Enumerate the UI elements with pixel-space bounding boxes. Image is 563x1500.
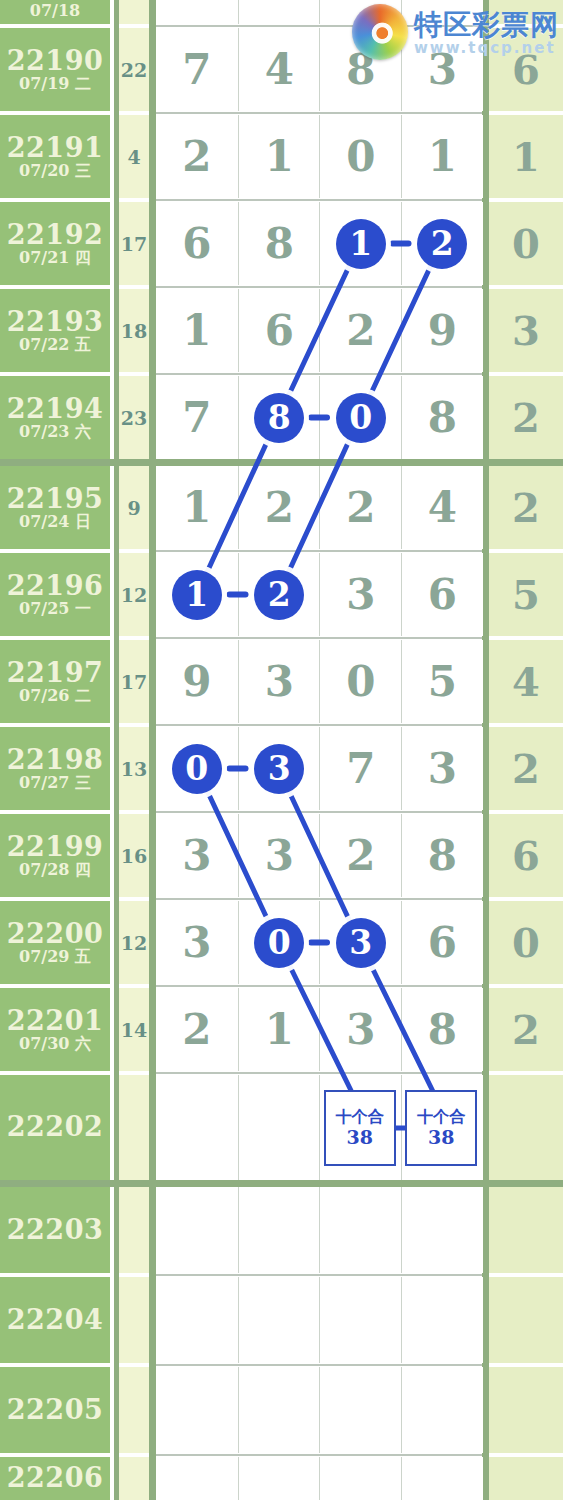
digit-cell: 7 [156, 376, 238, 459]
digit-cell: 6 [401, 553, 484, 636]
digit-cell [156, 1457, 238, 1500]
digit-cell: 4 [238, 28, 321, 111]
tail-digit-cell [489, 1187, 563, 1273]
date-label: 07/29 五 [19, 948, 91, 966]
digit-cell [401, 1277, 484, 1363]
digit-cell [238, 1277, 321, 1363]
period-cell: 22205 [0, 1367, 110, 1453]
grid-thick-separator [0, 459, 563, 466]
digit-value: 4 [265, 49, 294, 91]
tail-digit-cell: 4 [489, 640, 563, 723]
sum-box: 十个合38 [324, 1090, 396, 1166]
period-label: 22194 [7, 395, 103, 423]
digit-cell: 0 [319, 640, 402, 723]
tail-digit-value: 4 [512, 662, 540, 702]
digit-value: 3 [265, 835, 294, 877]
digit-cell: 6 [401, 901, 484, 984]
digit-value: 1 [182, 487, 211, 529]
grid-row-separator [156, 724, 482, 726]
digit-value: 1 [182, 310, 211, 352]
table-row: 2220007/29 五1230360 [0, 901, 563, 984]
digit-value: 2 [346, 487, 375, 529]
tail-digit-cell [489, 1075, 563, 1180]
digit-value: 6 [428, 574, 457, 616]
period-cell: 2219607/25 一 [0, 553, 110, 636]
site-name: 特区彩票网 [414, 10, 559, 39]
digit-value: 2 [265, 487, 294, 529]
digit-cell: 1 [401, 115, 484, 198]
tail-digit-cell: 3 [489, 289, 563, 372]
sum-cell: 14 [119, 988, 149, 1071]
period-cell: 2219107/20 三 [0, 115, 110, 198]
period-label: 22205 [7, 1396, 103, 1424]
digit-cell: 8 [401, 814, 484, 897]
period-cell: 2219407/23 六 [0, 376, 110, 459]
digit-value: 8 [428, 835, 457, 877]
digit-cell: 3 [319, 901, 402, 984]
digit-value: 6 [182, 223, 211, 265]
sum-value: 18 [121, 320, 147, 342]
digit-cell: 9 [401, 289, 484, 372]
sum-value: 4 [127, 146, 140, 168]
digit-cell [238, 1457, 321, 1500]
period-cell: 2219907/28 四 [0, 814, 110, 897]
period-cell: 22202 [0, 1075, 110, 1180]
sum-box-value: 38 [347, 1127, 373, 1148]
period-label: 22201 [7, 1007, 103, 1035]
circled-digit: 0 [254, 918, 304, 968]
digit-value: 8 [265, 223, 294, 265]
digit-value: 3 [346, 574, 375, 616]
grid-row-separator [156, 1072, 482, 1074]
grid-row-separator [156, 286, 482, 288]
sum-value: 23 [121, 407, 147, 429]
period-cell: 2219507/24 日 [0, 466, 110, 549]
digit-cell: 8 [238, 376, 321, 459]
table-row: 2219207/21 四1768120 [0, 202, 563, 285]
sum-cell: 17 [119, 640, 149, 723]
grid-row-separator [156, 985, 482, 987]
sum-cell: 23 [119, 376, 149, 459]
date-label: 07/22 五 [19, 336, 91, 354]
site-logo[interactable]: 特区彩票网 www.tqcp.net [352, 4, 559, 60]
sum-cell: 16 [119, 814, 149, 897]
digit-cell: 8 [401, 988, 484, 1071]
digit-cell: 1 [319, 202, 402, 285]
digit-cell: 3 [238, 727, 321, 810]
sum-cell [119, 1187, 149, 1273]
digit-value: 8 [428, 397, 457, 439]
digit-cell: 3 [319, 553, 402, 636]
digit-cell [238, 0, 321, 24]
date-label: 07/19 二 [19, 75, 91, 93]
digit-cell [238, 1187, 321, 1273]
digit-cell [401, 1187, 484, 1273]
grid-thick-separator [0, 1180, 563, 1187]
digit-cell [156, 1277, 238, 1363]
period-label: 22190 [7, 47, 103, 75]
digit-cell: 3 [238, 814, 321, 897]
grid-row-separator [156, 1274, 482, 1276]
date-label: 07/28 四 [19, 861, 91, 879]
circled-digit: 3 [254, 744, 304, 794]
table-row: 2219907/28 四1633286 [0, 814, 563, 897]
digit-value: 5 [428, 661, 457, 703]
digit-cell [156, 0, 238, 24]
tail-digit-value: 6 [512, 836, 540, 876]
digit-cell: 1 [238, 988, 321, 1071]
circled-digit: 1 [172, 570, 222, 620]
period-cell: 2219807/27 三 [0, 727, 110, 810]
grid-row-separator [156, 1454, 482, 1456]
digit-value: 2 [346, 835, 375, 877]
digit-value: 9 [428, 310, 457, 352]
digit-cell: 3 [401, 727, 484, 810]
digit-value: 6 [265, 310, 294, 352]
sum-cell [119, 1277, 149, 1363]
period-cell: 2219307/22 五 [0, 289, 110, 372]
sum-value: 13 [121, 758, 147, 780]
digit-value: 1 [265, 136, 294, 178]
digit-value: 4 [428, 487, 457, 529]
tail-digit-cell: 2 [489, 727, 563, 810]
sum-cell [119, 1075, 149, 1180]
digit-cell [319, 1367, 402, 1453]
sum-value: 12 [121, 584, 147, 606]
digit-cell: 2 [156, 115, 238, 198]
sum-cell [119, 1367, 149, 1453]
digit-cell: 7 [319, 727, 402, 810]
table-row: 22202十个合38十个合38 [0, 1075, 563, 1180]
table-row: 2219107/20 三421011 [0, 115, 563, 198]
grid-row-separator [156, 373, 482, 375]
tail-digit-value: 2 [512, 398, 540, 438]
period-label: 22191 [7, 134, 103, 162]
period-label: 22199 [7, 833, 103, 861]
sum-box: 十个合38 [405, 1090, 477, 1166]
digit-cell: 1 [156, 289, 238, 372]
period-cell: 22206 [0, 1457, 110, 1500]
digit-cell: 1 [238, 115, 321, 198]
digit-cell [401, 1367, 484, 1453]
digit-cell: 0 [319, 115, 402, 198]
period-cell: 22203 [0, 1187, 110, 1273]
period-cell: 2220107/30 六 [0, 988, 110, 1071]
period-cell: 2220007/29 五 [0, 901, 110, 984]
tail-digit-cell [489, 1277, 563, 1363]
tail-digit-cell: 2 [489, 376, 563, 459]
digit-cell: 3 [238, 640, 321, 723]
date-label: 07/18 [30, 2, 80, 20]
digit-value: 6 [428, 922, 457, 964]
digit-cell [319, 1187, 402, 1273]
grid-row-separator [156, 898, 482, 900]
digit-cell: 2 [319, 289, 402, 372]
digit-value: 3 [182, 835, 211, 877]
table-row: 22203 [0, 1187, 563, 1273]
period-label: 22202 [7, 1113, 103, 1141]
period-label: 22195 [7, 485, 103, 513]
period-label: 22200 [7, 920, 103, 948]
table-row: 2219407/23 六2378082 [0, 376, 563, 459]
digit-cell: 1 [156, 553, 238, 636]
lottery-trend-chart-page: 07/182219007/19 二22748362219107/20 三4210… [0, 0, 563, 1500]
tail-digit-cell [489, 1457, 563, 1500]
sum-value: 17 [121, 671, 147, 693]
date-label: 07/30 六 [19, 1035, 91, 1053]
tail-digit-cell: 6 [489, 814, 563, 897]
sum-cell: 17 [119, 202, 149, 285]
sum-value: 22 [121, 59, 147, 81]
tail-digit-cell: 2 [489, 466, 563, 549]
digit-cell [156, 1367, 238, 1453]
table-row: 22206 [0, 1457, 563, 1500]
grid-row-separator [156, 199, 482, 201]
digit-cell [319, 1457, 402, 1500]
sum-cell: 12 [119, 553, 149, 636]
tail-digit-cell: 5 [489, 553, 563, 636]
table-row: 2219607/25 一1212365 [0, 553, 563, 636]
period-label: 22197 [7, 659, 103, 687]
digit-cell: 2 [319, 466, 402, 549]
digit-cell: 2 [238, 466, 321, 549]
digit-cell: 7 [156, 28, 238, 111]
digit-cell: 2 [319, 814, 402, 897]
period-label: 22203 [7, 1216, 103, 1244]
tail-digit-value: 3 [512, 311, 540, 351]
period-cell: 2219207/21 四 [0, 202, 110, 285]
digit-value: 2 [182, 1009, 211, 1051]
digit-cell: 8 [401, 376, 484, 459]
circled-digit: 3 [336, 918, 386, 968]
digit-value: 7 [182, 397, 211, 439]
digit-cell [238, 1075, 321, 1180]
digit-cell [156, 1075, 238, 1180]
digit-cell: 2 [401, 202, 484, 285]
grid-row-separator [156, 811, 482, 813]
digit-cell: 5 [401, 640, 484, 723]
table-row: 2219807/27 三1303732 [0, 727, 563, 810]
digit-cell [401, 1457, 484, 1500]
table-row: 2220107/30 六1421382 [0, 988, 563, 1071]
date-label: 07/20 三 [19, 162, 91, 180]
circled-digit: 1 [336, 219, 386, 269]
tail-digit-cell: 2 [489, 988, 563, 1071]
sum-cell: 9 [119, 466, 149, 549]
digit-cell: 8 [238, 202, 321, 285]
period-cell: 22204 [0, 1277, 110, 1363]
table-row: 2219307/22 五1816293 [0, 289, 563, 372]
digit-value: 2 [346, 310, 375, 352]
sum-cell [119, 0, 149, 24]
digit-cell: 9 [156, 640, 238, 723]
digit-cell: 0 [156, 727, 238, 810]
digit-value: 7 [346, 748, 375, 790]
tail-digit-value: 2 [512, 749, 540, 789]
digit-value: 9 [182, 661, 211, 703]
digit-value: 3 [182, 922, 211, 964]
digit-value: 0 [346, 136, 375, 178]
sum-cell: 4 [119, 115, 149, 198]
swirl-logo-icon [352, 4, 408, 60]
sum-value: 9 [127, 497, 140, 519]
tail-digit-cell: 0 [489, 901, 563, 984]
circled-digit: 8 [254, 393, 304, 443]
digit-cell [156, 1187, 238, 1273]
digit-value: 1 [428, 136, 457, 178]
period-cell: 2219007/19 二 [0, 28, 110, 111]
digit-value: 3 [265, 661, 294, 703]
digit-cell [319, 1277, 402, 1363]
date-label: 07/21 四 [19, 249, 91, 267]
sum-cell [119, 1457, 149, 1500]
period-label: 22198 [7, 746, 103, 774]
table-row: 22204 [0, 1277, 563, 1363]
digit-value: 3 [346, 1009, 375, 1051]
date-label: 07/24 日 [19, 513, 91, 531]
period-label: 22192 [7, 221, 103, 249]
digit-cell: 3 [319, 988, 402, 1071]
tail-digit-value: 1 [512, 137, 540, 177]
period-label: 22196 [7, 572, 103, 600]
circled-digit: 0 [336, 393, 386, 443]
digit-cell: 2 [238, 553, 321, 636]
grid-row-separator [156, 637, 482, 639]
tail-digit-cell [489, 1367, 563, 1453]
tail-digit-value: 2 [512, 1010, 540, 1050]
digit-cell: 0 [238, 901, 321, 984]
table-row: 2219507/24 日912242 [0, 466, 563, 549]
table-row: 2219707/26 二1793054 [0, 640, 563, 723]
table-row: 22205 [0, 1367, 563, 1453]
digit-cell: 3 [156, 901, 238, 984]
site-watermark: www.tqcp.net [414, 39, 559, 57]
period-label: 22206 [7, 1464, 103, 1492]
sum-cell: 12 [119, 901, 149, 984]
digit-cell: 6 [238, 289, 321, 372]
date-label: 07/26 二 [19, 687, 91, 705]
circled-digit: 0 [172, 744, 222, 794]
sum-box-label: 十个合 [336, 1108, 384, 1126]
digit-cell: 1 [156, 466, 238, 549]
grid-row-separator [156, 550, 482, 552]
date-label: 07/27 三 [19, 774, 91, 792]
sum-value: 12 [121, 932, 147, 954]
sum-cell: 18 [119, 289, 149, 372]
digit-value: 1 [265, 1009, 294, 1051]
sum-value: 14 [121, 1019, 147, 1041]
tail-digit-cell: 1 [489, 115, 563, 198]
sum-box-value: 38 [428, 1127, 454, 1148]
digit-cell: 2 [156, 988, 238, 1071]
digit-value: 7 [182, 49, 211, 91]
date-label: 07/25 一 [19, 600, 91, 618]
period-cell: 07/18 [0, 0, 110, 24]
sum-value: 17 [121, 233, 147, 255]
digit-cell: 6 [156, 202, 238, 285]
circled-digit: 2 [254, 570, 304, 620]
tail-digit-value: 2 [512, 488, 540, 528]
tail-digit-value: 0 [512, 923, 540, 963]
sum-value: 16 [121, 845, 147, 867]
period-label: 22204 [7, 1306, 103, 1334]
digit-cell [238, 1367, 321, 1453]
grid-row-separator [156, 112, 482, 114]
tail-digit-value: 5 [512, 575, 540, 615]
grid-row-separator [156, 1364, 482, 1366]
period-label: 22193 [7, 308, 103, 336]
digit-cell: 0 [319, 376, 402, 459]
digit-value: 0 [346, 661, 375, 703]
period-cell: 2219707/26 二 [0, 640, 110, 723]
circled-digit: 2 [417, 219, 467, 269]
digit-cell: 3 [156, 814, 238, 897]
sum-cell: 22 [119, 28, 149, 111]
sum-box-label: 十个合 [417, 1108, 465, 1126]
digit-cell: 4 [401, 466, 484, 549]
tail-digit-value: 0 [512, 224, 540, 264]
digit-value: 8 [428, 1009, 457, 1051]
sum-cell: 13 [119, 727, 149, 810]
digit-value: 2 [182, 136, 211, 178]
tail-digit-cell: 0 [489, 202, 563, 285]
digit-value: 3 [428, 748, 457, 790]
date-label: 07/23 六 [19, 423, 91, 441]
